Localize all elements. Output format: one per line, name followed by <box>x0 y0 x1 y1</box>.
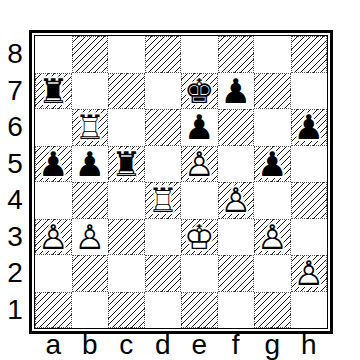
square-c3[interactable] <box>108 219 145 256</box>
square-d3[interactable] <box>145 219 182 256</box>
square-b5[interactable]: ♟ <box>72 146 109 183</box>
square-g8[interactable] <box>254 36 291 73</box>
piece-black-king[interactable]: ♚ <box>181 73 218 110</box>
square-g4[interactable] <box>254 182 291 219</box>
black-pawn-glyph: ♟ <box>257 147 287 181</box>
rank-label-3: 3 <box>2 219 28 256</box>
file-label-h: h <box>291 332 328 358</box>
square-a2[interactable] <box>35 255 72 292</box>
square-f4[interactable]: ♟♙ <box>218 182 255 219</box>
piece-black-rook[interactable]: ♜ <box>108 146 145 183</box>
square-g2[interactable] <box>254 255 291 292</box>
rank-label-8: 8 <box>2 36 28 73</box>
piece-white-pawn[interactable]: ♟♙ <box>291 255 328 292</box>
piece-black-pawn[interactable]: ♟ <box>72 146 109 183</box>
black-pawn-glyph: ♟ <box>294 110 324 144</box>
square-c6[interactable] <box>108 109 145 146</box>
square-d6[interactable] <box>145 109 182 146</box>
square-e4[interactable] <box>181 182 218 219</box>
square-e5[interactable]: ♟♙ <box>181 146 218 183</box>
white-rook-outline: ♖ <box>148 183 178 217</box>
piece-white-pawn[interactable]: ♟♙ <box>218 182 255 219</box>
chess-board: ♜♚♟♜♖♟♟♟♟♜♟♙♟♜♖♟♙♟♙♟♙♚♔♟♙♟♙ <box>34 35 328 329</box>
piece-white-king[interactable]: ♚♔ <box>181 219 218 256</box>
square-g1[interactable] <box>254 292 291 329</box>
square-a3[interactable]: ♟♙ <box>35 219 72 256</box>
piece-black-pawn[interactable]: ♟ <box>218 73 255 110</box>
white-pawn-outline: ♙ <box>38 220 68 254</box>
square-f2[interactable] <box>218 255 255 292</box>
file-label-g: g <box>254 332 291 358</box>
rank-label-1: 1 <box>2 292 28 329</box>
square-e3[interactable]: ♚♔ <box>181 219 218 256</box>
square-c1[interactable] <box>108 292 145 329</box>
square-b8[interactable] <box>72 36 109 73</box>
white-king-outline: ♔ <box>184 220 214 254</box>
square-e7[interactable]: ♚ <box>181 73 218 110</box>
square-g3[interactable]: ♟♙ <box>254 219 291 256</box>
square-a1[interactable] <box>35 292 72 329</box>
piece-black-pawn[interactable]: ♟ <box>291 109 328 146</box>
square-f1[interactable] <box>218 292 255 329</box>
piece-black-pawn[interactable]: ♟ <box>254 146 291 183</box>
square-f6[interactable] <box>218 109 255 146</box>
square-h8[interactable] <box>291 36 328 73</box>
file-label-c: c <box>108 332 145 358</box>
square-b1[interactable] <box>72 292 109 329</box>
square-b7[interactable] <box>72 73 109 110</box>
square-h5[interactable] <box>291 146 328 183</box>
square-c2[interactable] <box>108 255 145 292</box>
square-f7[interactable]: ♟ <box>218 73 255 110</box>
square-a4[interactable] <box>35 182 72 219</box>
square-a6[interactable] <box>35 109 72 146</box>
square-b6[interactable]: ♜♖ <box>72 109 109 146</box>
board-frame: ♜♚♟♜♖♟♟♟♟♜♟♙♟♜♖♟♙♟♙♟♙♚♔♟♙♟♙ <box>29 30 333 334</box>
rank-label-7: 7 <box>2 73 28 110</box>
square-e1[interactable] <box>181 292 218 329</box>
file-label-b: b <box>72 332 109 358</box>
square-c8[interactable] <box>108 36 145 73</box>
square-e8[interactable] <box>181 36 218 73</box>
square-c5[interactable]: ♜ <box>108 146 145 183</box>
file-label-f: f <box>218 332 255 358</box>
square-b3[interactable]: ♟♙ <box>72 219 109 256</box>
square-e6[interactable]: ♟ <box>181 109 218 146</box>
piece-black-rook[interactable]: ♜ <box>35 73 72 110</box>
square-h1[interactable] <box>291 292 328 329</box>
square-e2[interactable] <box>181 255 218 292</box>
file-labels: abcdefgh <box>35 332 327 358</box>
black-rook-glyph: ♜ <box>111 147 141 181</box>
square-f3[interactable] <box>218 219 255 256</box>
black-pawn-glyph: ♟ <box>75 147 105 181</box>
piece-black-pawn[interactable]: ♟ <box>35 146 72 183</box>
black-king-glyph: ♚ <box>184 74 214 108</box>
rank-label-4: 4 <box>2 182 28 219</box>
square-h3[interactable] <box>291 219 328 256</box>
square-g6[interactable] <box>254 109 291 146</box>
square-a7[interactable]: ♜ <box>35 73 72 110</box>
black-pawn-glyph: ♟ <box>38 147 68 181</box>
square-d8[interactable] <box>145 36 182 73</box>
square-d5[interactable] <box>145 146 182 183</box>
white-pawn-outline: ♙ <box>221 183 251 217</box>
square-f8[interactable] <box>218 36 255 73</box>
square-b2[interactable] <box>72 255 109 292</box>
square-c7[interactable] <box>108 73 145 110</box>
white-rook-outline: ♖ <box>75 110 105 144</box>
piece-white-pawn[interactable]: ♟♙ <box>181 146 218 183</box>
square-c4[interactable] <box>108 182 145 219</box>
square-h6[interactable]: ♟ <box>291 109 328 146</box>
square-h7[interactable] <box>291 73 328 110</box>
piece-black-pawn[interactable]: ♟ <box>181 109 218 146</box>
square-h2[interactable]: ♟♙ <box>291 255 328 292</box>
white-pawn-outline: ♙ <box>75 220 105 254</box>
square-g5[interactable]: ♟ <box>254 146 291 183</box>
file-label-e: e <box>181 332 218 358</box>
square-d2[interactable] <box>145 255 182 292</box>
square-d7[interactable] <box>145 73 182 110</box>
square-a8[interactable] <box>35 36 72 73</box>
rank-labels: 87654321 <box>2 36 28 328</box>
piece-white-pawn[interactable]: ♟♙ <box>35 219 72 256</box>
rank-label-2: 2 <box>2 255 28 292</box>
black-pawn-glyph: ♟ <box>184 110 214 144</box>
rank-label-5: 5 <box>2 146 28 183</box>
rank-label-6: 6 <box>2 109 28 146</box>
piece-white-pawn[interactable]: ♟♙ <box>72 219 109 256</box>
square-b4[interactable] <box>72 182 109 219</box>
piece-white-pawn[interactable]: ♟♙ <box>254 219 291 256</box>
piece-white-rook[interactable]: ♜♖ <box>145 182 182 219</box>
square-h4[interactable] <box>291 182 328 219</box>
chess-diagram: 87654321 ♜♚♟♜♖♟♟♟♟♜♟♙♟♜♖♟♙♟♙♟♙♚♔♟♙♟♙ abc… <box>0 0 360 360</box>
file-label-d: d <box>145 332 182 358</box>
square-d1[interactable] <box>145 292 182 329</box>
piece-white-rook[interactable]: ♜♖ <box>72 109 109 146</box>
square-g7[interactable] <box>254 73 291 110</box>
black-pawn-glyph: ♟ <box>221 74 251 108</box>
square-d4[interactable]: ♜♖ <box>145 182 182 219</box>
square-a5[interactable]: ♟ <box>35 146 72 183</box>
white-pawn-outline: ♙ <box>294 256 324 290</box>
white-pawn-outline: ♙ <box>257 220 287 254</box>
square-f5[interactable] <box>218 146 255 183</box>
white-pawn-outline: ♙ <box>184 147 214 181</box>
file-label-a: a <box>35 332 72 358</box>
black-rook-glyph: ♜ <box>38 74 68 108</box>
